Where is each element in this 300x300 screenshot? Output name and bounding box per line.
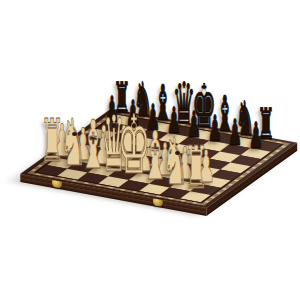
piece-black-pawn-e7: ♟ xyxy=(187,107,202,143)
piece-black-rook-h8: ♜ xyxy=(257,104,275,147)
piece-black-bishop-f8: ♝ xyxy=(214,90,234,139)
piece-black-pawn-f7: ♟ xyxy=(207,110,222,146)
piece-black-bishop-c8: ♝ xyxy=(153,79,173,128)
piece-white-pawn-h2: ♟ xyxy=(196,145,214,190)
piece-white-pawn-b2: ♟ xyxy=(73,123,91,168)
piece-black-pawn-h7: ♟ xyxy=(248,118,263,154)
piece-white-bishop-c1: ♝ xyxy=(79,112,107,179)
piece-white-pawn-a2: ♟ xyxy=(53,119,71,164)
piece-black-rook-a8: ♜ xyxy=(113,77,131,120)
white-knight-mane xyxy=(175,151,180,155)
piece-black-pawn-c7: ♟ xyxy=(146,99,161,135)
pieces-layer: ♜♞♝♛♚♝♞♜♟♟♟♟♟♟♟♟♟♟♟♟♟♟♟♟♜♞♝♛♚♝♞♜ xyxy=(0,0,300,300)
piece-black-knight-g8: ♞ xyxy=(235,95,255,143)
black-queen-finial xyxy=(182,88,186,93)
piece-white-rook-a1: ♜ xyxy=(40,113,64,172)
piece-black-pawn-b7: ♟ xyxy=(125,95,140,131)
white-king-finial xyxy=(132,123,136,128)
piece-white-pawn-d2: ♟ xyxy=(114,130,132,175)
piece-black-king-e8: ♚ xyxy=(192,76,217,136)
piece-black-pawn-d7: ♟ xyxy=(166,103,181,139)
piece-white-bishop-f1: ♝ xyxy=(141,123,169,190)
product-photo-stage: ♜♞♝♛♚♝♞♜♟♟♟♟♟♟♟♟♟♟♟♟♟♟♟♟♜♞♝♛♚♝♞♜ xyxy=(0,0,300,300)
piece-white-pawn-c2: ♟ xyxy=(94,127,112,172)
piece-white-king-e1: ♚ xyxy=(117,106,150,187)
black-king-finial xyxy=(202,89,206,94)
piece-white-pawn-e2: ♟ xyxy=(135,134,153,179)
white-queen-finial xyxy=(112,123,116,128)
piece-white-pawn-f2: ♟ xyxy=(155,138,173,183)
piece-white-knight-g1: ♞ xyxy=(162,129,189,194)
piece-white-knight-b1: ♞ xyxy=(59,110,86,175)
piece-white-rook-h1: ♜ xyxy=(183,139,207,198)
piece-black-knight-b8: ♞ xyxy=(133,77,153,125)
piece-white-queen-d1: ♛ xyxy=(98,106,130,183)
piece-white-pawn-g2: ♟ xyxy=(176,142,194,187)
white-knight-mane xyxy=(72,132,77,136)
piece-black-pawn-a7: ♟ xyxy=(105,92,120,128)
piece-black-pawn-g7: ♟ xyxy=(228,114,243,150)
piece-black-queen-d8: ♛ xyxy=(172,75,195,132)
